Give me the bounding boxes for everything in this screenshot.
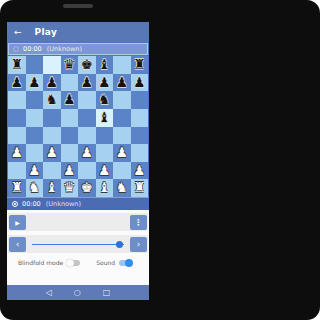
piece-white-pawn: ♟ (81, 146, 93, 160)
square-h6[interactable] (131, 91, 149, 109)
piece-white-pawn: ♟ (63, 164, 75, 178)
square-g6[interactable] (113, 91, 131, 109)
square-d5[interactable] (61, 109, 79, 127)
opponent-turn-indicator-icon (13, 46, 19, 52)
piece-black-knight: ♞ (46, 93, 58, 107)
square-h8[interactable]: ♜ (131, 56, 149, 74)
square-b5[interactable] (26, 109, 44, 127)
menu-button[interactable]: ⋮ (130, 215, 147, 230)
square-f7[interactable]: ♟ (96, 74, 114, 92)
square-g2[interactable] (113, 162, 131, 180)
square-c3[interactable]: ♟ (43, 144, 61, 162)
sound-toggle[interactable] (119, 260, 132, 266)
android-navbar: ◁ ○ □ (7, 285, 149, 300)
square-b2[interactable]: ♟ (26, 162, 44, 180)
piece-white-pawn: ♟ (28, 164, 40, 178)
play-icon: ▶ (15, 219, 20, 226)
piece-black-pawn: ♟ (133, 76, 145, 90)
piece-black-pawn: ♟ (28, 76, 40, 90)
chevron-right-icon: › (137, 239, 141, 249)
app-screen: ← Play 00:00 (Unknown) ♜♛♚♝♜♟♟♟♟♟♟♟♞♟♞♝♟… (7, 22, 149, 300)
piece-white-pawn: ♟ (133, 164, 145, 178)
square-h7[interactable]: ♟ (131, 74, 149, 92)
piece-black-king: ♚ (81, 58, 93, 72)
square-a8[interactable]: ♜ (8, 56, 26, 74)
opponent-clock-row: 00:00 (Unknown) (8, 43, 148, 55)
opponent-time: 00:00 (23, 45, 42, 53)
chevron-left-icon: ‹ (16, 239, 20, 249)
settings-row: Blindfold mode Sound (18, 259, 149, 266)
piece-white-rook: ♜ (11, 181, 23, 195)
play-button[interactable]: ▶ (9, 215, 26, 230)
square-g8[interactable] (113, 56, 131, 74)
player-clock-row: 00:00 (Unknown) (7, 197, 149, 210)
square-b1[interactable]: ♞ (26, 179, 44, 197)
square-f1[interactable]: ♝ (96, 179, 114, 197)
phone-frame: ← Play 00:00 (Unknown) ♜♛♚♝♜♟♟♟♟♟♟♟♞♟♞♝♟… (0, 0, 156, 320)
next-move-button[interactable]: › (130, 237, 147, 252)
page-title: Play (35, 27, 58, 37)
square-d2[interactable]: ♟ (61, 162, 79, 180)
square-b8[interactable] (26, 56, 44, 74)
square-h3[interactable] (131, 144, 149, 162)
player-time: 00:00 (22, 200, 41, 208)
piece-white-knight: ♞ (28, 181, 40, 195)
square-h4[interactable] (131, 127, 149, 145)
toggle-knob (66, 259, 74, 267)
square-g4[interactable] (113, 127, 131, 145)
piece-black-queen: ♛ (63, 58, 75, 72)
blindfold-label: Blindfold mode (18, 259, 63, 266)
android-home-icon[interactable]: ○ (74, 289, 81, 297)
piece-white-pawn: ♟ (116, 146, 128, 160)
piece-white-bishop: ♝ (98, 181, 110, 195)
piece-white-bishop: ♝ (46, 181, 58, 195)
piece-black-rook: ♜ (11, 58, 23, 72)
square-g3[interactable]: ♟ (113, 144, 131, 162)
piece-white-king: ♚ (81, 181, 93, 195)
square-e8[interactable]: ♚ (78, 56, 96, 74)
piece-white-pawn: ♟ (11, 146, 23, 160)
square-a5[interactable] (8, 109, 26, 127)
chess-board: ♜♛♚♝♜♟♟♟♟♟♟♟♞♟♞♝♟♟♟♟♟♟♟♟♜♞♝♛♚♝♞♜ (8, 56, 148, 197)
square-g5[interactable] (113, 109, 131, 127)
piece-white-rook: ♜ (133, 181, 145, 195)
square-b7[interactable]: ♟ (26, 74, 44, 92)
square-a2[interactable] (8, 162, 26, 180)
piece-black-knight: ♞ (98, 93, 110, 107)
square-h1[interactable]: ♜ (131, 179, 149, 197)
square-g1[interactable]: ♞ (113, 179, 131, 197)
square-f6[interactable]: ♞ (96, 91, 114, 109)
square-c5[interactable] (43, 109, 61, 127)
square-f5[interactable]: ♝ (96, 109, 114, 127)
square-a3[interactable]: ♟ (8, 144, 26, 162)
square-f8[interactable]: ♝ (96, 56, 114, 74)
square-h2[interactable]: ♟ (131, 162, 149, 180)
square-b6[interactable] (26, 91, 44, 109)
android-recents-icon[interactable]: □ (103, 289, 111, 297)
square-a4[interactable] (8, 127, 26, 145)
piece-white-pawn: ♟ (46, 146, 58, 160)
square-e6[interactable] (78, 91, 96, 109)
square-g7[interactable]: ♟ (113, 74, 131, 92)
square-d6[interactable]: ♟ (61, 91, 79, 109)
piece-black-pawn: ♟ (98, 76, 110, 90)
toggle-knob (125, 259, 133, 267)
square-d8[interactable]: ♛ (61, 56, 79, 74)
square-a6[interactable] (8, 91, 26, 109)
app-bar: ← Play (7, 22, 149, 42)
piece-white-queen: ♛ (63, 181, 75, 195)
square-c8[interactable] (43, 56, 61, 74)
square-e1[interactable]: ♚ (78, 179, 96, 197)
square-f3[interactable] (96, 144, 114, 162)
slider-thumb[interactable] (116, 241, 123, 248)
square-e4[interactable] (78, 127, 96, 145)
move-slider[interactable] (32, 237, 124, 252)
back-arrow-icon[interactable]: ← (14, 27, 22, 37)
piece-black-pawn: ♟ (81, 76, 93, 90)
square-e2[interactable] (78, 162, 96, 180)
square-a1[interactable]: ♜ (8, 179, 26, 197)
square-e3[interactable]: ♟ (78, 144, 96, 162)
piece-white-knight: ♞ (116, 181, 128, 195)
square-c7[interactable]: ♟ (43, 74, 61, 92)
square-f4[interactable] (96, 127, 114, 145)
square-c4[interactable] (43, 127, 61, 145)
square-c1[interactable]: ♝ (43, 179, 61, 197)
piece-black-rook: ♜ (133, 58, 145, 72)
speaker-slot (63, 4, 93, 8)
square-e5[interactable] (78, 109, 96, 127)
square-d4[interactable] (61, 127, 79, 145)
square-e7[interactable]: ♟ (78, 74, 96, 92)
square-f2[interactable]: ♟ (96, 162, 114, 180)
android-back-icon[interactable]: ◁ (46, 289, 52, 297)
square-d3[interactable] (61, 144, 79, 162)
playback-toolbar: ▶ ⋮ (8, 213, 148, 231)
opponent-name: (Unknown) (47, 45, 82, 53)
square-a7[interactable]: ♟ (8, 74, 26, 92)
piece-black-pawn: ♟ (63, 93, 75, 107)
square-b4[interactable] (26, 127, 44, 145)
player-name: (Unknown) (46, 200, 81, 208)
square-b3[interactable] (26, 144, 44, 162)
blindfold-toggle[interactable] (67, 260, 80, 266)
square-h5[interactable] (131, 109, 149, 127)
slider-track[interactable] (32, 244, 124, 246)
piece-black-bishop: ♝ (98, 111, 110, 125)
piece-white-pawn: ♟ (98, 164, 110, 178)
square-c6[interactable]: ♞ (43, 91, 61, 109)
piece-black-pawn: ♟ (46, 76, 58, 90)
piece-black-pawn: ♟ (11, 76, 23, 90)
piece-black-pawn: ♟ (116, 76, 128, 90)
piece-black-bishop: ♝ (98, 58, 110, 72)
prev-move-button[interactable]: ‹ (9, 237, 26, 252)
player-turn-indicator-icon (12, 201, 18, 207)
move-navigation-bar: ‹ › (8, 235, 148, 253)
square-c2[interactable] (43, 162, 61, 180)
square-d7[interactable] (61, 74, 79, 92)
square-d1[interactable]: ♛ (61, 179, 79, 197)
sound-label: Sound (96, 259, 115, 266)
overflow-menu-icon: ⋮ (135, 218, 143, 227)
